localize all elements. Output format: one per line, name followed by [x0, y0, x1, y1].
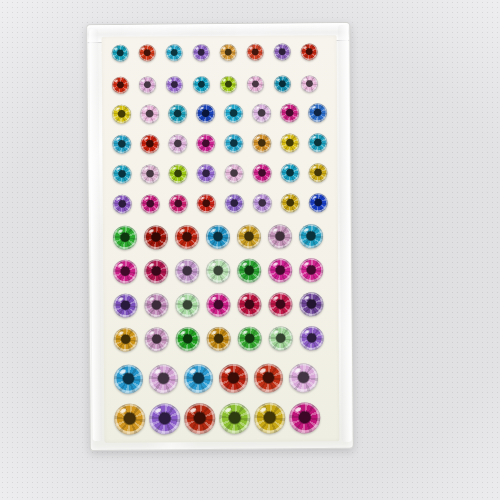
- rhinestone-gem: [175, 259, 199, 283]
- gem-row-5: [112, 163, 327, 184]
- rhinestone-gem: [169, 194, 188, 213]
- rhinestone-gem: [113, 294, 137, 318]
- rhinestone-gem: [308, 133, 327, 152]
- rhinestone-gem: [219, 403, 250, 434]
- rhinestone-gem: [141, 194, 160, 213]
- rhinestone-gem: [274, 44, 291, 61]
- rhinestone-gem: [196, 134, 215, 153]
- rhinestone-gem: [206, 293, 230, 317]
- rhinestone-gem: [238, 327, 262, 351]
- rhinestone-gem: [268, 259, 292, 283]
- gem-row-10: [114, 326, 324, 351]
- rhinestone-gem: [309, 193, 328, 212]
- rhinestone-gem: [224, 104, 243, 123]
- rhinestone-gem: [281, 193, 300, 212]
- rhinestone-gem: [301, 75, 318, 92]
- bag-left-fold: [89, 29, 102, 441]
- rhinestone-gem: [113, 195, 132, 214]
- rhinestone-gem: [299, 292, 323, 316]
- rhinestone-gem: [193, 44, 210, 61]
- gem-row-4: [112, 133, 327, 154]
- rhinestone-gem: [206, 259, 230, 283]
- bag-right-fold: [338, 25, 352, 442]
- rhinestone-gem: [144, 259, 168, 283]
- rhinestone-gem: [289, 363, 318, 392]
- rhinestone-gem: [140, 134, 159, 153]
- rhinestone-gem: [149, 364, 178, 393]
- rhinestone-gem: [254, 364, 283, 393]
- rhinestone-gem: [247, 76, 264, 93]
- rhinestone-gem: [237, 293, 261, 317]
- gem-row-8: [113, 258, 323, 283]
- rhinestone-gem: [197, 194, 216, 213]
- rhinestone-gem: [168, 164, 187, 183]
- photo-backdrop: [0, 0, 500, 500]
- rhinestone-gem: [289, 402, 320, 433]
- rhinestone-gem: [237, 225, 261, 249]
- rhinestone-gem: [206, 225, 230, 249]
- rhinestone-gem: [145, 327, 169, 351]
- rhinestone-gem: [280, 103, 299, 122]
- rhinestone-gem: [166, 76, 183, 93]
- rhinestone-gem: [176, 327, 200, 351]
- rhinestone-gem: [113, 226, 137, 250]
- gem-row-7: [113, 224, 323, 249]
- gem-row-12: [114, 402, 320, 434]
- rhinestone-gem: [166, 44, 183, 61]
- rhinestone-gem: [193, 76, 210, 93]
- rhinestone-gem: [175, 225, 199, 249]
- rhinestone-gem: [274, 76, 291, 93]
- rhinestone-gem: [112, 165, 131, 184]
- rhinestone-gem: [299, 258, 323, 282]
- rhinestone-gem: [280, 133, 299, 152]
- rhinestone-gem: [224, 134, 243, 153]
- rhinestone-gem: [252, 104, 271, 123]
- rhinestone-gem: [237, 259, 261, 283]
- rhinestone-gem: [268, 292, 292, 316]
- rhinestone-gem: [299, 224, 323, 248]
- rhinestone-gem: [168, 104, 187, 123]
- rhinestone-gem: [269, 326, 293, 350]
- rhinestone-gem: [175, 293, 199, 317]
- rhinestone-gem: [220, 76, 237, 93]
- rhinestone-gem: [252, 164, 271, 183]
- rhinestone-gem: [224, 164, 243, 183]
- rhinestone-gem: [149, 403, 180, 434]
- rhinestone-gem: [196, 164, 215, 183]
- rhinestone-gem: [219, 364, 248, 393]
- gem-row-2: [112, 75, 318, 93]
- gem-row-9: [113, 292, 323, 317]
- rhinestone-gem: [308, 103, 327, 122]
- rhinestone-gem: [300, 326, 324, 350]
- rhinestone-gem: [252, 134, 271, 153]
- gem-row-11: [114, 363, 318, 393]
- rhinestone-gem: [144, 293, 168, 317]
- gem-row-3: [112, 103, 327, 124]
- rhinestone-gem: [253, 194, 272, 213]
- rhinestone-gem: [139, 76, 156, 93]
- rhinestone-gem: [114, 404, 145, 435]
- rhinestone-gem: [207, 327, 231, 351]
- rhinestone-gem: [114, 328, 138, 352]
- gem-row-6: [113, 193, 328, 214]
- gem-sticker-card: [102, 35, 340, 443]
- rhinestone-gem: [144, 225, 168, 249]
- rhinestone-gem: [113, 260, 137, 284]
- rhinestone-gem: [184, 364, 213, 393]
- rhinestone-gem: [268, 225, 292, 249]
- rhinestone-gem: [196, 104, 215, 123]
- rhinestone-gem: [168, 134, 187, 153]
- rhinestone-gem: [112, 45, 129, 62]
- rhinestone-gem: [139, 44, 156, 61]
- rhinestone-gem: [140, 164, 159, 183]
- rhinestone-gem: [225, 194, 244, 213]
- rhinestone-gem: [254, 403, 285, 434]
- rhinestone-gem: [140, 104, 159, 123]
- rhinestone-gem: [114, 365, 143, 394]
- rhinestone-gem: [247, 44, 264, 61]
- rhinestone-gem: [184, 403, 215, 434]
- rhinestone-gem: [112, 105, 131, 124]
- rhinestone-gem: [280, 163, 299, 182]
- rhinestone-gem: [308, 163, 327, 182]
- rhinestone-gem: [220, 44, 237, 61]
- rhinestone-gem: [112, 135, 131, 154]
- gem-row-1: [112, 43, 318, 61]
- rhinestone-gem: [301, 43, 318, 60]
- rhinestone-gem: [112, 77, 129, 94]
